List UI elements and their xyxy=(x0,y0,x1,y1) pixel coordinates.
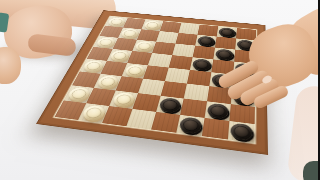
piece-dark[interactable] xyxy=(215,49,234,61)
piece-light[interactable] xyxy=(134,41,154,52)
piece-dark[interactable] xyxy=(230,123,253,142)
piece-dark[interactable] xyxy=(179,116,203,134)
table-surface xyxy=(0,0,320,180)
piece-dark[interactable] xyxy=(192,58,212,71)
piece-light[interactable] xyxy=(124,64,146,77)
piece-dark[interactable] xyxy=(218,27,235,37)
piece-light[interactable] xyxy=(143,20,162,30)
square-g8[interactable] xyxy=(202,118,230,140)
piece-dark[interactable] xyxy=(158,97,181,113)
piece-dark[interactable] xyxy=(197,36,215,47)
piece-dark[interactable] xyxy=(207,103,229,120)
piece-light[interactable] xyxy=(111,92,135,108)
square-f8[interactable] xyxy=(176,115,204,136)
left-player-second-hand xyxy=(0,47,21,84)
square-h8[interactable] xyxy=(228,121,255,143)
